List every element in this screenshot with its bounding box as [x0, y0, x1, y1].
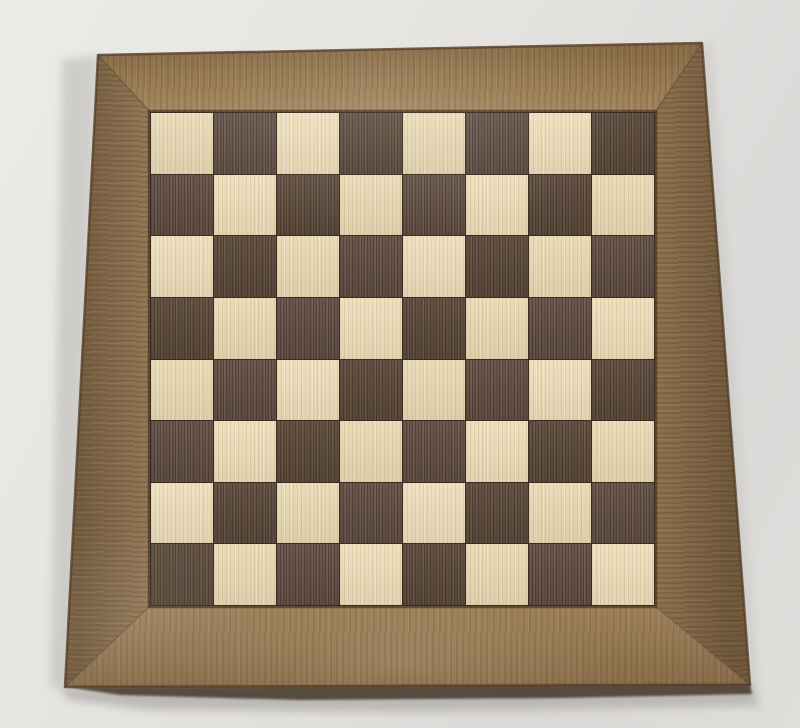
scene: [0, 0, 800, 728]
frame-edges: [0, 0, 800, 728]
